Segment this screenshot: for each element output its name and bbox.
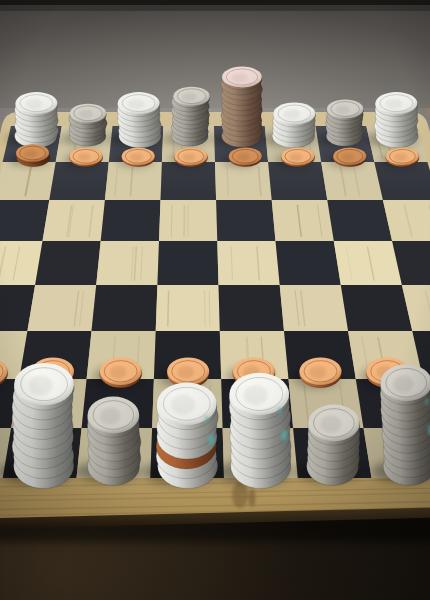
chessboard-scene (0, 0, 430, 600)
vignette-overlay (0, 0, 430, 600)
coin-chessboard-photo (0, 0, 430, 600)
